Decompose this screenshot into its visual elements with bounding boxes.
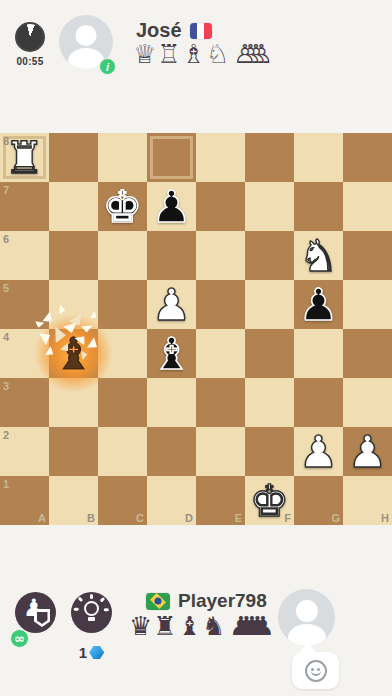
square-f8[interactable] (245, 133, 294, 182)
captured-rook: ♖ (157, 41, 180, 67)
black-bishop-d4[interactable]: ♝ (147, 329, 196, 378)
square-e5[interactable] (196, 280, 245, 329)
lightbulb-icon (84, 601, 99, 616)
square-h2[interactable]: ♟ (343, 427, 392, 476)
player-avatar[interactable] (278, 589, 335, 646)
hint-button[interactable] (71, 592, 112, 633)
square-c4[interactable] (98, 329, 147, 378)
square-d3[interactable] (147, 378, 196, 427)
square-h4[interactable] (343, 329, 392, 378)
square-e8[interactable] (196, 133, 245, 182)
square-b4[interactable]: ♝ (49, 329, 98, 378)
square-f2[interactable] (245, 427, 294, 476)
square-h8[interactable] (343, 133, 392, 182)
square-h3[interactable] (343, 378, 392, 427)
black-bishop-b4[interactable]: ♝ (49, 329, 98, 378)
square-a7[interactable]: 7 (0, 182, 49, 231)
france-flag-icon (190, 23, 212, 39)
smiley-icon (305, 660, 327, 682)
square-a6[interactable]: 6 (0, 231, 49, 280)
square-e2[interactable] (196, 427, 245, 476)
rank-label-3: 3 (3, 380, 9, 392)
square-d1[interactable]: D (147, 476, 196, 525)
brazil-flag-icon (146, 593, 170, 610)
player-name-row: Player798 (146, 590, 267, 612)
square-d8[interactable] (147, 133, 196, 182)
black-pawn-g5[interactable]: ♟ (294, 280, 343, 329)
square-c2[interactable] (98, 427, 147, 476)
protect-powerup-button[interactable]: ♟ (15, 592, 56, 633)
square-g7[interactable] (294, 182, 343, 231)
black-pawn-d7[interactable]: ♟ (147, 182, 196, 231)
file-label-G: G (331, 512, 340, 524)
square-f3[interactable] (245, 378, 294, 427)
avatar-silhouette-icon (76, 25, 97, 46)
chat-emote-button[interactable] (292, 652, 339, 689)
captured-queen: ♛ (129, 613, 152, 639)
square-b7[interactable] (49, 182, 98, 231)
square-c3[interactable] (98, 378, 147, 427)
rank-label-4: 4 (3, 331, 9, 343)
square-g5[interactable]: ♟ (294, 280, 343, 329)
captured-knight: ♞ (202, 613, 225, 639)
square-h7[interactable] (343, 182, 392, 231)
opponent-clock: 00:55 (10, 22, 50, 67)
square-f6[interactable] (245, 231, 294, 280)
square-h1[interactable]: H (343, 476, 392, 525)
square-c5[interactable] (98, 280, 147, 329)
white-pawn-g2[interactable]: ♟ (294, 427, 343, 476)
file-label-E: E (235, 512, 242, 524)
file-label-H: H (381, 512, 389, 524)
square-c7[interactable]: ♚ (98, 182, 147, 231)
square-e6[interactable] (196, 231, 245, 280)
square-g1[interactable]: G (294, 476, 343, 525)
white-pawn-d5[interactable]: ♟ (147, 280, 196, 329)
square-e7[interactable] (196, 182, 245, 231)
player-captured-tray: ♛♜♝♞♟♟♟♟♟ (129, 613, 265, 639)
square-e1[interactable]: E (196, 476, 245, 525)
shield-icon (34, 609, 50, 627)
square-f7[interactable] (245, 182, 294, 231)
infinity-badge: ∞ (10, 629, 29, 648)
square-g2[interactable]: ♟ (294, 427, 343, 476)
square-h5[interactable] (343, 280, 392, 329)
chess-board[interactable]: 8♜7♚♟6♞5♟♟4♝♝32♟♟1ABCDEF♚GH (0, 133, 392, 525)
square-g6[interactable]: ♞ (294, 231, 343, 280)
square-f1[interactable]: F♚ (245, 476, 294, 525)
avatar-silhouette-icon (296, 600, 318, 622)
white-pawn-h2[interactable]: ♟ (343, 427, 392, 476)
square-f4[interactable] (245, 329, 294, 378)
square-g3[interactable] (294, 378, 343, 427)
player-name: Player798 (178, 590, 267, 612)
opponent-info-badge[interactable]: i (99, 58, 116, 75)
square-e4[interactable] (196, 329, 245, 378)
clock-icon (15, 22, 45, 52)
rank-label-7: 7 (3, 184, 9, 196)
square-a1[interactable]: 1A (0, 476, 49, 525)
square-b3[interactable] (49, 378, 98, 427)
file-label-A: A (38, 512, 46, 524)
square-d6[interactable] (147, 231, 196, 280)
square-c1[interactable]: C (98, 476, 147, 525)
square-b5[interactable] (49, 280, 98, 329)
captured-knight: ♘ (206, 41, 229, 67)
square-a3[interactable]: 3 (0, 378, 49, 427)
captured-pawn-cluster: ♟♟♟♟♟ (229, 613, 265, 639)
square-a5[interactable]: 5 (0, 280, 49, 329)
captured-queen: ♕ (133, 41, 156, 67)
square-a2[interactable]: 2 (0, 427, 49, 476)
square-b1[interactable]: B (49, 476, 98, 525)
file-label-B: B (87, 512, 95, 524)
square-c8[interactable] (98, 133, 147, 182)
square-g4[interactable] (294, 329, 343, 378)
captured-pawn-cluster: ♟♙♟♙♟♙♟♙ (233, 41, 264, 67)
rank-label-6: 6 (3, 233, 9, 245)
captured-bishop: ♝ (178, 613, 201, 639)
hint-count-row: 1 (71, 644, 112, 661)
square-e3[interactable] (196, 378, 245, 427)
square-h6[interactable] (343, 231, 392, 280)
square-c6[interactable] (98, 231, 147, 280)
square-b8[interactable] (49, 133, 98, 182)
square-d5[interactable]: ♟ (147, 280, 196, 329)
rank-label-1: 1 (3, 478, 9, 490)
square-a8[interactable]: 8♜ (0, 133, 49, 182)
square-f5[interactable] (245, 280, 294, 329)
white-rook-a8[interactable]: ♜ (0, 133, 49, 182)
square-b6[interactable] (49, 231, 98, 280)
file-label-D: D (185, 512, 193, 524)
square-d2[interactable] (147, 427, 196, 476)
gem-icon (89, 646, 104, 659)
rank-label-5: 5 (3, 282, 9, 294)
square-d7[interactable]: ♟ (147, 182, 196, 231)
square-a4[interactable]: 4 (0, 329, 49, 378)
black-king-c7[interactable]: ♚ (98, 182, 147, 231)
opponent-captured-tray: ♕♖♗♘♟♙♟♙♟♙♟♙ (133, 41, 264, 67)
white-knight-g6[interactable]: ♞ (294, 231, 343, 280)
hint-count: 1 (79, 644, 87, 661)
white-king-f1[interactable]: ♚ (245, 476, 294, 525)
square-d4[interactable]: ♝ (147, 329, 196, 378)
opponent-time: 00:55 (10, 56, 50, 67)
square-g8[interactable] (294, 133, 343, 182)
rank-label-2: 2 (3, 429, 9, 441)
file-label-C: C (136, 512, 144, 524)
captured-rook: ♜ (153, 613, 176, 639)
captured-bishop: ♗ (182, 41, 205, 67)
square-b2[interactable] (49, 427, 98, 476)
